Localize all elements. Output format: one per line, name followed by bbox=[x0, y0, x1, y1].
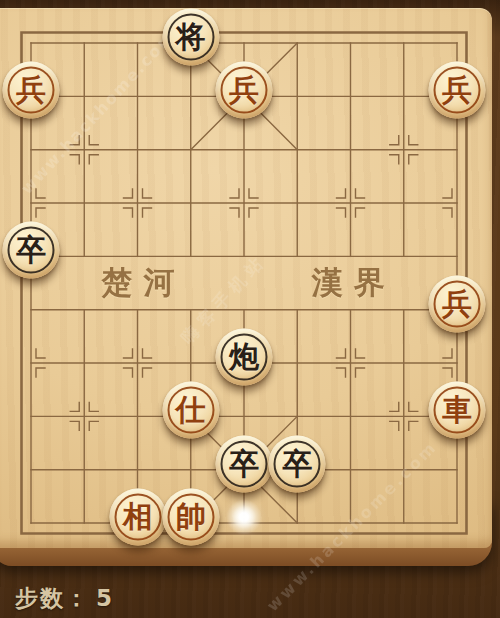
piece-glyph: 車 bbox=[442, 395, 472, 425]
piece-glyph: 兵 bbox=[16, 75, 46, 105]
move-counter-label: 步数： bbox=[15, 585, 90, 611]
piece-glyph: 相 bbox=[123, 502, 153, 532]
piece-red-兵[interactable]: 兵 bbox=[429, 275, 486, 332]
piece-black-卒[interactable]: 卒 bbox=[3, 222, 60, 279]
piece-glyph: 卒 bbox=[282, 448, 312, 478]
piece-red-兵[interactable]: 兵 bbox=[216, 62, 273, 119]
piece-red-兵[interactable]: 兵 bbox=[429, 62, 486, 119]
piece-red-車[interactable]: 車 bbox=[429, 382, 486, 439]
piece-red-兵[interactable]: 兵 bbox=[3, 62, 60, 119]
piece-red-相[interactable]: 相 bbox=[109, 489, 166, 546]
piece-red-帥[interactable]: 帥 bbox=[162, 489, 219, 546]
piece-glyph: 仕 bbox=[176, 395, 206, 425]
piece-glyph: 兵 bbox=[229, 75, 259, 105]
piece-glyph: 兵 bbox=[442, 75, 472, 105]
game-screen: { "game": "xiangqi", "hud": { "move_coun… bbox=[0, 0, 500, 618]
piece-glyph: 卒 bbox=[229, 448, 259, 478]
piece-glyph: 帥 bbox=[176, 502, 206, 532]
piece-glyph: 兵 bbox=[442, 288, 472, 318]
piece-black-将[interactable]: 将 bbox=[162, 9, 219, 66]
piece-red-仕[interactable]: 仕 bbox=[162, 382, 219, 439]
move-counter-value: 5 bbox=[96, 585, 114, 611]
piece-glyph: 卒 bbox=[16, 235, 46, 265]
river-label-chu-he: 楚河 bbox=[102, 262, 186, 304]
piece-black-卒[interactable]: 卒 bbox=[216, 435, 273, 492]
piece-black-卒[interactable]: 卒 bbox=[269, 435, 326, 492]
xiangqi-board: 楚河 漢界 将兵兵兵卒兵炮仕車卒卒相帥 bbox=[0, 8, 492, 548]
river-label-han-jie: 漢界 bbox=[312, 262, 396, 304]
piece-glyph: 炮 bbox=[229, 342, 259, 372]
piece-glyph: 将 bbox=[176, 22, 206, 52]
piece-black-炮[interactable]: 炮 bbox=[216, 329, 273, 386]
move-counter: 步数：5 bbox=[15, 583, 114, 614]
